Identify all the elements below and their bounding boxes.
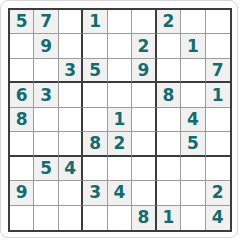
cell-r8c5[interactable]: 4 xyxy=(108,181,132,205)
cell-r7c6[interactable] xyxy=(132,157,156,181)
cell-r3c6[interactable]: 9 xyxy=(132,59,156,83)
cell-r2c1[interactable] xyxy=(10,34,34,58)
cell-r6c8[interactable]: 5 xyxy=(181,132,205,156)
cell-r1c4[interactable]: 1 xyxy=(83,10,107,34)
cell-r1c3[interactable] xyxy=(59,10,83,34)
cell-r4c4[interactable] xyxy=(83,83,107,107)
cell-r2c6[interactable]: 2 xyxy=(132,34,156,58)
cell-r8c2[interactable] xyxy=(34,181,58,205)
cell-r8c7[interactable] xyxy=(157,181,181,205)
cell-r4c7[interactable]: 8 xyxy=(157,83,181,107)
cell-r5c7[interactable] xyxy=(157,108,181,132)
cell-r1c9[interactable] xyxy=(206,10,230,34)
cell-r7c9[interactable] xyxy=(206,157,230,181)
cell-r3c8[interactable] xyxy=(181,59,205,83)
cell-r7c3[interactable]: 4 xyxy=(59,157,83,181)
cell-r5c6[interactable] xyxy=(132,108,156,132)
cell-r7c5[interactable] xyxy=(108,157,132,181)
cell-r6c4[interactable]: 8 xyxy=(83,132,107,156)
cell-r6c9[interactable] xyxy=(206,132,230,156)
cell-r5c9[interactable] xyxy=(206,108,230,132)
sudoku-board: 571292135976381814825549342814 xyxy=(8,8,232,232)
cell-r1c6[interactable] xyxy=(132,10,156,34)
cell-r7c2[interactable]: 5 xyxy=(34,157,58,181)
cell-r8c9[interactable]: 2 xyxy=(206,181,230,205)
cell-r5c1[interactable]: 8 xyxy=(10,108,34,132)
cell-r2c8[interactable]: 1 xyxy=(181,34,205,58)
cell-r8c4[interactable]: 3 xyxy=(83,181,107,205)
cell-r9c9[interactable]: 4 xyxy=(206,206,230,230)
cell-r7c1[interactable] xyxy=(10,157,34,181)
cell-r3c9[interactable]: 7 xyxy=(206,59,230,83)
cell-r2c2[interactable]: 9 xyxy=(34,34,58,58)
cell-r5c8[interactable]: 4 xyxy=(181,108,205,132)
cell-r5c4[interactable] xyxy=(83,108,107,132)
cell-r4c3[interactable] xyxy=(59,83,83,107)
cell-r1c7[interactable]: 2 xyxy=(157,10,181,34)
cell-r1c5[interactable] xyxy=(108,10,132,34)
cell-r4c2[interactable]: 3 xyxy=(34,83,58,107)
cell-r8c3[interactable] xyxy=(59,181,83,205)
cell-r3c4[interactable]: 5 xyxy=(83,59,107,83)
cell-r4c1[interactable]: 6 xyxy=(10,83,34,107)
cell-r6c7[interactable] xyxy=(157,132,181,156)
cell-r2c5[interactable] xyxy=(108,34,132,58)
cell-r2c3[interactable] xyxy=(59,34,83,58)
cell-r8c6[interactable] xyxy=(132,181,156,205)
cell-r9c7[interactable]: 1 xyxy=(157,206,181,230)
cell-r6c1[interactable] xyxy=(10,132,34,156)
cell-r3c2[interactable] xyxy=(34,59,58,83)
cell-r6c5[interactable]: 2 xyxy=(108,132,132,156)
cell-r1c1[interactable]: 5 xyxy=(10,10,34,34)
cell-r5c3[interactable] xyxy=(59,108,83,132)
cell-r9c5[interactable] xyxy=(108,206,132,230)
cell-r4c6[interactable] xyxy=(132,83,156,107)
cell-r9c3[interactable] xyxy=(59,206,83,230)
cell-r4c5[interactable] xyxy=(108,83,132,107)
cell-r9c4[interactable] xyxy=(83,206,107,230)
cell-r7c7[interactable] xyxy=(157,157,181,181)
cell-r4c8[interactable] xyxy=(181,83,205,107)
cell-r2c7[interactable] xyxy=(157,34,181,58)
cell-r3c1[interactable] xyxy=(10,59,34,83)
cell-r7c8[interactable] xyxy=(181,157,205,181)
cell-r9c1[interactable] xyxy=(10,206,34,230)
cell-r1c8[interactable] xyxy=(181,10,205,34)
cell-r9c6[interactable]: 8 xyxy=(132,206,156,230)
cell-r6c2[interactable] xyxy=(34,132,58,156)
cell-r5c5[interactable]: 1 xyxy=(108,108,132,132)
cell-r3c3[interactable]: 3 xyxy=(59,59,83,83)
cell-r8c8[interactable] xyxy=(181,181,205,205)
cell-r1c2[interactable]: 7 xyxy=(34,10,58,34)
cell-r6c6[interactable] xyxy=(132,132,156,156)
cell-r9c2[interactable] xyxy=(34,206,58,230)
cell-r2c9[interactable] xyxy=(206,34,230,58)
cell-r3c5[interactable] xyxy=(108,59,132,83)
cell-r2c4[interactable] xyxy=(83,34,107,58)
cell-r9c8[interactable] xyxy=(181,206,205,230)
cell-r5c2[interactable] xyxy=(34,108,58,132)
cell-r3c7[interactable] xyxy=(157,59,181,83)
cell-r7c4[interactable] xyxy=(83,157,107,181)
cell-r4c9[interactable]: 1 xyxy=(206,83,230,107)
cell-r8c1[interactable]: 9 xyxy=(10,181,34,205)
cell-r6c3[interactable] xyxy=(59,132,83,156)
